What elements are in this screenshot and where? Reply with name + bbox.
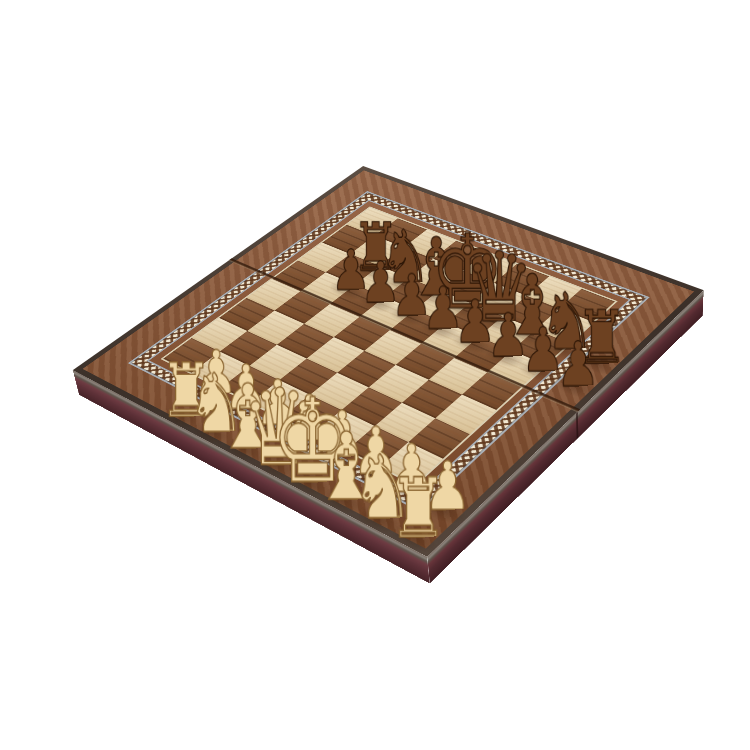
perspective-container: ♜♞♝♚♛♝♞♜♟♟♟♟♟♟♟♟♟♟♟♟♟♟♟♟♜♞♝♛♚♝♞♜ — [143, 83, 638, 578]
box-side-seam — [576, 412, 578, 440]
black-pawn-h7[interactable]: ♟ — [527, 334, 629, 396]
white-rook-h1[interactable]: ♜ — [362, 467, 475, 549]
board-bevel-rim: ♜♞♝♚♛♝♞♜♟♟♟♟♟♟♟♟♟♟♟♟♟♟♟♟♜♞♝♛♚♝♞♜ — [73, 166, 704, 557]
chess-board: ♜♞♝♚♛♝♞♜♟♟♟♟♟♟♟♟♟♟♟♟♟♟♟♟♜♞♝♛♚♝♞♜ — [73, 166, 704, 557]
product-photo: ♜♞♝♚♛♝♞♜♟♟♟♟♟♟♟♟♟♟♟♟♟♟♟♟♜♞♝♛♚♝♞♜ — [0, 0, 750, 750]
photo-rotation-wrapper: ♜♞♝♚♛♝♞♜♟♟♟♟♟♟♟♟♟♟♟♟♟♟♟♟♜♞♝♛♚♝♞♜ — [0, 0, 750, 750]
